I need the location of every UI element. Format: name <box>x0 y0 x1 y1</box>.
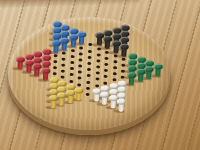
peg-cap <box>75 87 84 93</box>
board-cell <box>48 103 57 107</box>
hole[interactable] <box>88 56 92 59</box>
peg-cap <box>153 64 162 70</box>
hole[interactable] <box>86 80 90 83</box>
hole[interactable] <box>87 68 91 71</box>
peg-white[interactable] <box>117 99 127 112</box>
hole[interactable] <box>88 43 92 46</box>
board-cell <box>111 54 120 58</box>
peg-cap <box>136 69 145 75</box>
hole[interactable] <box>86 87 90 90</box>
hole[interactable] <box>88 50 92 53</box>
peg-cap <box>57 93 66 99</box>
board-cell <box>76 71 85 75</box>
board-cell <box>51 48 60 52</box>
board-cell <box>68 48 77 52</box>
hole[interactable] <box>104 69 108 72</box>
hole[interactable] <box>61 76 65 79</box>
board-cell <box>103 50 112 54</box>
board-cell <box>76 77 85 81</box>
board-cell <box>58 76 67 80</box>
hole[interactable] <box>70 55 74 58</box>
peg-cap <box>60 37 69 43</box>
hole[interactable] <box>103 81 107 84</box>
board-cell <box>67 73 76 77</box>
peg-cap <box>127 72 136 78</box>
peg-yellow[interactable] <box>48 95 58 108</box>
board-cell <box>51 60 60 64</box>
peg-cap <box>117 99 126 105</box>
board-cell <box>84 74 93 78</box>
board-cell <box>94 59 103 63</box>
hole[interactable] <box>105 57 109 60</box>
hole[interactable] <box>78 83 82 86</box>
board-cell <box>145 74 154 78</box>
peg-grid <box>14 27 164 112</box>
hole[interactable] <box>53 60 57 63</box>
hole[interactable] <box>97 47 101 50</box>
board-cell <box>76 64 85 68</box>
hole[interactable] <box>121 76 125 79</box>
board-cell <box>68 67 77 71</box>
hole[interactable] <box>122 58 126 61</box>
peg-cap <box>66 90 75 96</box>
hole[interactable] <box>61 64 65 67</box>
hole[interactable] <box>114 54 118 57</box>
hole[interactable] <box>96 59 100 62</box>
hole[interactable] <box>113 73 117 76</box>
board-cell <box>78 40 87 44</box>
board-cell <box>94 47 103 51</box>
board-cell <box>69 42 78 46</box>
board-cell <box>67 79 76 83</box>
board-cell <box>102 75 111 79</box>
hole[interactable] <box>71 49 75 52</box>
hole[interactable] <box>87 74 91 77</box>
hole[interactable] <box>79 58 83 61</box>
hole[interactable] <box>61 70 65 73</box>
peg-yellow[interactable] <box>74 87 84 100</box>
peg-cap <box>69 34 78 40</box>
board-cell <box>59 70 68 74</box>
board-cell <box>60 51 69 55</box>
board-cell <box>77 52 86 56</box>
peg-cap <box>120 43 129 49</box>
board-cell <box>136 77 145 81</box>
peg-green[interactable] <box>127 72 137 85</box>
hole[interactable] <box>96 53 100 56</box>
board-cell <box>93 65 102 69</box>
peg-cap <box>145 66 154 72</box>
hole[interactable] <box>80 46 84 49</box>
hole[interactable] <box>87 62 91 65</box>
board-cell <box>77 46 86 50</box>
board-cell <box>102 63 111 67</box>
hole[interactable] <box>96 65 100 68</box>
peg-yellow[interactable] <box>66 90 76 103</box>
hole[interactable] <box>52 72 56 75</box>
board-cell <box>94 53 103 57</box>
peg-cap <box>78 32 87 38</box>
board-cell <box>111 60 120 64</box>
board-cell <box>84 80 93 84</box>
hole[interactable] <box>69 73 73 76</box>
board-cell <box>102 69 111 73</box>
hole[interactable] <box>112 79 116 82</box>
board-cell <box>77 58 86 62</box>
board-cell <box>68 55 77 59</box>
board-cell <box>59 63 68 67</box>
hole[interactable] <box>105 50 109 53</box>
board-cell <box>93 78 102 82</box>
board-cell <box>85 56 94 60</box>
board-cell <box>66 98 75 102</box>
peg-yellow[interactable] <box>57 93 67 106</box>
hole[interactable] <box>95 78 99 81</box>
board-cell <box>85 68 94 72</box>
hole[interactable] <box>86 93 90 96</box>
hole[interactable] <box>95 72 99 75</box>
hole[interactable] <box>104 63 108 66</box>
board-cell <box>153 72 162 76</box>
peg-cap <box>41 67 50 73</box>
hole[interactable] <box>95 84 99 87</box>
peg-green[interactable] <box>136 69 146 82</box>
hole[interactable] <box>53 54 57 57</box>
board-cell <box>86 43 95 47</box>
hole[interactable] <box>69 80 73 83</box>
board-cell <box>68 61 77 65</box>
hole[interactable] <box>62 57 66 60</box>
scene-photo <box>0 0 200 150</box>
board-cell <box>85 62 94 66</box>
board-cell <box>50 66 59 70</box>
board-cell <box>110 72 119 76</box>
board-cell <box>51 54 60 58</box>
board-cell <box>86 49 95 53</box>
peg-cap <box>51 40 60 46</box>
hole[interactable] <box>121 70 125 73</box>
hole[interactable] <box>78 71 82 74</box>
hole[interactable] <box>122 64 126 67</box>
peg-green[interactable] <box>153 64 163 77</box>
board-cell <box>102 56 111 60</box>
hole[interactable] <box>79 65 83 68</box>
board-cell <box>75 95 84 99</box>
board-cell <box>75 83 84 87</box>
board-cell <box>111 66 120 70</box>
hole[interactable] <box>53 66 57 69</box>
hole[interactable] <box>104 75 108 78</box>
peg-green[interactable] <box>144 66 154 79</box>
board-cell <box>60 45 69 49</box>
hole[interactable] <box>70 67 74 70</box>
hole[interactable] <box>79 52 83 55</box>
hole[interactable] <box>78 77 82 80</box>
board-cell <box>59 57 68 61</box>
board-cell <box>117 107 126 111</box>
peg-cap <box>48 95 57 101</box>
hole[interactable] <box>113 66 117 69</box>
board-cell <box>127 79 136 83</box>
hole[interactable] <box>70 61 74 64</box>
hole[interactable] <box>62 51 66 54</box>
board-cell <box>50 72 59 76</box>
board-cell <box>93 71 102 75</box>
board-cell <box>57 101 66 105</box>
hole[interactable] <box>113 60 117 63</box>
